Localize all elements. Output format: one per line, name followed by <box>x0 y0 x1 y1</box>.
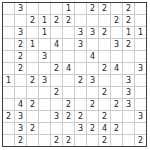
cell-r9c9[interactable] <box>99 99 110 110</box>
cell-r11c6[interactable] <box>63 123 74 134</box>
cell-r6c5-clue-2[interactable]: 2 <box>51 63 62 74</box>
cell-r6c8[interactable] <box>87 63 98 74</box>
cell-r9c11-clue-3[interactable]: 3 <box>123 99 134 110</box>
cell-r12c6-clue-2[interactable]: 2 <box>63 135 74 146</box>
cell-r11c1[interactable] <box>3 123 14 134</box>
cell-r3c3[interactable] <box>27 27 38 38</box>
cell-r6c7[interactable] <box>75 63 86 74</box>
cell-r5c3[interactable] <box>27 51 38 62</box>
cell-r8c8[interactable] <box>87 87 98 98</box>
cell-r4c8[interactable] <box>87 39 98 50</box>
cell-r6c6-clue-4[interactable]: 4 <box>63 63 74 74</box>
cell-r9c1[interactable] <box>3 99 14 110</box>
puzzle-page: 3122221222231332112143322342242431232332… <box>0 0 150 150</box>
cell-r1c3[interactable] <box>27 3 38 14</box>
cell-r5c10[interactable] <box>111 51 122 62</box>
cell-r11c4[interactable] <box>39 123 50 134</box>
cell-r8c5-clue-2[interactable]: 2 <box>51 87 62 98</box>
cell-r6c9-clue-2[interactable]: 2 <box>99 63 110 74</box>
cell-r2c11-clue-2[interactable]: 2 <box>123 15 134 26</box>
cell-r9c8-clue-2[interactable]: 2 <box>87 99 98 110</box>
cell-r5c7[interactable] <box>75 51 86 62</box>
cell-r6c1[interactable] <box>3 63 14 74</box>
cell-r7c4-clue-3[interactable]: 3 <box>39 75 50 86</box>
cell-r5c11[interactable] <box>123 51 134 62</box>
cell-r12c10[interactable] <box>111 135 122 146</box>
cell-r2c6-clue-2[interactable]: 2 <box>63 15 74 26</box>
cell-r9c10-clue-2[interactable]: 2 <box>111 99 122 110</box>
cell-r10c9-clue-2[interactable]: 2 <box>99 111 110 122</box>
cell-r4c1[interactable] <box>3 39 14 50</box>
cell-r4c9[interactable] <box>99 39 110 50</box>
cell-r8c3[interactable] <box>27 87 38 98</box>
cell-r9c2-clue-4[interactable]: 4 <box>15 99 26 110</box>
cell-r8c4[interactable] <box>39 87 50 98</box>
cell-r1c9-clue-2[interactable]: 2 <box>99 3 110 14</box>
cell-r2c3-clue-2[interactable]: 2 <box>27 15 38 26</box>
cell-r7c5[interactable] <box>51 75 62 86</box>
cell-r4c4[interactable] <box>39 39 50 50</box>
cell-r2c12[interactable] <box>135 15 146 26</box>
cell-r12c4[interactable] <box>39 135 50 146</box>
cell-r7c8-clue-3[interactable]: 3 <box>87 75 98 86</box>
cell-r12c3[interactable] <box>27 135 38 146</box>
cell-r7c12[interactable] <box>135 75 146 86</box>
cell-r8c11-clue-3[interactable]: 3 <box>123 87 134 98</box>
cell-r2c9[interactable] <box>99 15 110 26</box>
cell-r3c10[interactable] <box>111 27 122 38</box>
cell-r6c10-clue-4[interactable]: 4 <box>111 63 122 74</box>
cell-r4c11-clue-2[interactable]: 2 <box>123 39 134 50</box>
cell-r9c12[interactable] <box>135 99 146 110</box>
cell-r6c2-clue-2[interactable]: 2 <box>15 63 26 74</box>
cell-r4c2-clue-2[interactable]: 2 <box>15 39 26 50</box>
cell-r1c1[interactable] <box>3 3 14 14</box>
cell-r2c1[interactable] <box>3 15 14 26</box>
cell-r1c2-clue-3[interactable]: 3 <box>15 3 26 14</box>
cell-r2c4-clue-1[interactable]: 1 <box>39 15 50 26</box>
cell-r10c6-clue-2[interactable]: 2 <box>63 111 74 122</box>
cell-r3c5[interactable] <box>51 27 62 38</box>
cell-r7c9[interactable] <box>99 75 110 86</box>
cell-r11c9-clue-4[interactable]: 4 <box>99 123 110 134</box>
cell-r12c1[interactable] <box>3 135 14 146</box>
puzzle-grid: 3122221222231332112143322342242431232332… <box>2 2 147 147</box>
cell-r6c12-clue-3[interactable]: 3 <box>135 63 146 74</box>
cell-r12c7[interactable] <box>75 135 86 146</box>
cell-r11c5[interactable] <box>51 123 62 134</box>
cell-r3c8-clue-3[interactable]: 3 <box>87 27 98 38</box>
cell-r12c12-clue-2[interactable]: 2 <box>135 135 146 146</box>
cell-r6c3[interactable] <box>27 63 38 74</box>
cell-r11c7-clue-3[interactable]: 3 <box>75 123 86 134</box>
cell-r2c7[interactable] <box>75 15 86 26</box>
cell-r12c8[interactable] <box>87 135 98 146</box>
cell-r1c11-clue-2[interactable]: 2 <box>123 3 134 14</box>
cell-r1c4[interactable] <box>39 3 50 14</box>
cell-r5c4-clue-3[interactable]: 3 <box>39 51 50 62</box>
cell-r5c8-clue-4[interactable]: 4 <box>87 51 98 62</box>
cell-r10c3[interactable] <box>27 111 38 122</box>
cell-r8c2[interactable] <box>15 87 26 98</box>
cell-r3c6[interactable] <box>63 27 74 38</box>
cell-r11c11[interactable] <box>123 123 134 134</box>
cell-r12c9-clue-2[interactable]: 2 <box>99 135 110 146</box>
cell-r8c7[interactable] <box>75 87 86 98</box>
cell-r1c10[interactable] <box>111 3 122 14</box>
cell-r4c3-clue-1[interactable]: 1 <box>27 39 38 50</box>
cell-r5c12[interactable] <box>135 51 146 62</box>
cell-r12c5-clue-2[interactable]: 2 <box>51 135 62 146</box>
cell-r5c2-clue-2[interactable]: 2 <box>15 51 26 62</box>
cell-r7c6[interactable] <box>63 75 74 86</box>
cell-r10c8[interactable] <box>87 111 98 122</box>
cell-r9c7[interactable] <box>75 99 86 110</box>
cell-r9c3-clue-2[interactable]: 2 <box>27 99 38 110</box>
cell-r11c10-clue-2[interactable]: 2 <box>111 123 122 134</box>
cell-r2c5-clue-2[interactable]: 2 <box>51 15 62 26</box>
cell-r8c9-clue-2[interactable]: 2 <box>99 87 110 98</box>
cell-r2c10-clue-2[interactable]: 2 <box>111 15 122 26</box>
cell-r12c2-clue-2[interactable]: 2 <box>15 135 26 146</box>
cell-r4c5-clue-4[interactable]: 4 <box>51 39 62 50</box>
cell-r10c11[interactable] <box>123 111 134 122</box>
cell-r3c4-clue-1[interactable]: 1 <box>39 27 50 38</box>
cell-r5c6[interactable] <box>63 51 74 62</box>
cell-r10c4[interactable] <box>39 111 50 122</box>
cell-r7c3-clue-2[interactable]: 2 <box>27 75 38 86</box>
cell-r7c2[interactable] <box>15 75 26 86</box>
cell-r6c11[interactable] <box>123 63 134 74</box>
cell-r5c5[interactable] <box>51 51 62 62</box>
cell-r11c3-clue-2[interactable]: 2 <box>27 123 38 134</box>
cell-r3c12-clue-1[interactable]: 1 <box>135 27 146 38</box>
cell-r9c4[interactable] <box>39 99 50 110</box>
cell-r12c11[interactable] <box>123 135 134 146</box>
cell-r1c8-clue-2[interactable]: 2 <box>87 3 98 14</box>
cell-r8c1[interactable] <box>3 87 14 98</box>
cell-r9c6-clue-2[interactable]: 2 <box>63 99 74 110</box>
cell-r4c12[interactable] <box>135 39 146 50</box>
cell-r7c11-clue-3[interactable]: 3 <box>123 75 134 86</box>
cell-r5c1[interactable] <box>3 51 14 62</box>
cell-r4c10-clue-3[interactable]: 3 <box>111 39 122 50</box>
cell-r8c12[interactable] <box>135 87 146 98</box>
cell-r1c6-clue-1[interactable]: 1 <box>63 3 74 14</box>
cell-r10c7-clue-2[interactable]: 2 <box>75 111 86 122</box>
cell-r1c7[interactable] <box>75 3 86 14</box>
cell-r1c5[interactable] <box>51 3 62 14</box>
cell-r10c12-clue-3[interactable]: 3 <box>135 111 146 122</box>
cell-r7c1-clue-1[interactable]: 1 <box>3 75 14 86</box>
cell-r3c11-clue-1[interactable]: 1 <box>123 27 134 38</box>
cell-r4c6[interactable] <box>63 39 74 50</box>
cell-r8c10[interactable] <box>111 87 122 98</box>
cell-r7c7-clue-2[interactable]: 2 <box>75 75 86 86</box>
cell-r11c12[interactable] <box>135 123 146 134</box>
cell-r7c10[interactable] <box>111 75 122 86</box>
cell-r3c7-clue-3[interactable]: 3 <box>75 27 86 38</box>
cell-r3c1[interactable] <box>3 27 14 38</box>
cell-r6c4[interactable] <box>39 63 50 74</box>
cell-r10c5-clue-3[interactable]: 3 <box>51 111 62 122</box>
cell-r5c9[interactable] <box>99 51 110 62</box>
cell-r3c9-clue-2[interactable]: 2 <box>99 27 110 38</box>
cell-r10c1-clue-2[interactable]: 2 <box>3 111 14 122</box>
cell-r11c2-clue-3[interactable]: 3 <box>15 123 26 134</box>
cell-r11c8-clue-2[interactable]: 2 <box>87 123 98 134</box>
cell-r9c5[interactable] <box>51 99 62 110</box>
cell-r10c10[interactable] <box>111 111 122 122</box>
cell-r3c2-clue-3[interactable]: 3 <box>15 27 26 38</box>
cell-r4c7-clue-3[interactable]: 3 <box>75 39 86 50</box>
cell-r1c12[interactable] <box>135 3 146 14</box>
cell-r8c6[interactable] <box>63 87 74 98</box>
cell-r2c2[interactable] <box>15 15 26 26</box>
cell-r2c8[interactable] <box>87 15 98 26</box>
cell-r10c2-clue-3[interactable]: 3 <box>15 111 26 122</box>
